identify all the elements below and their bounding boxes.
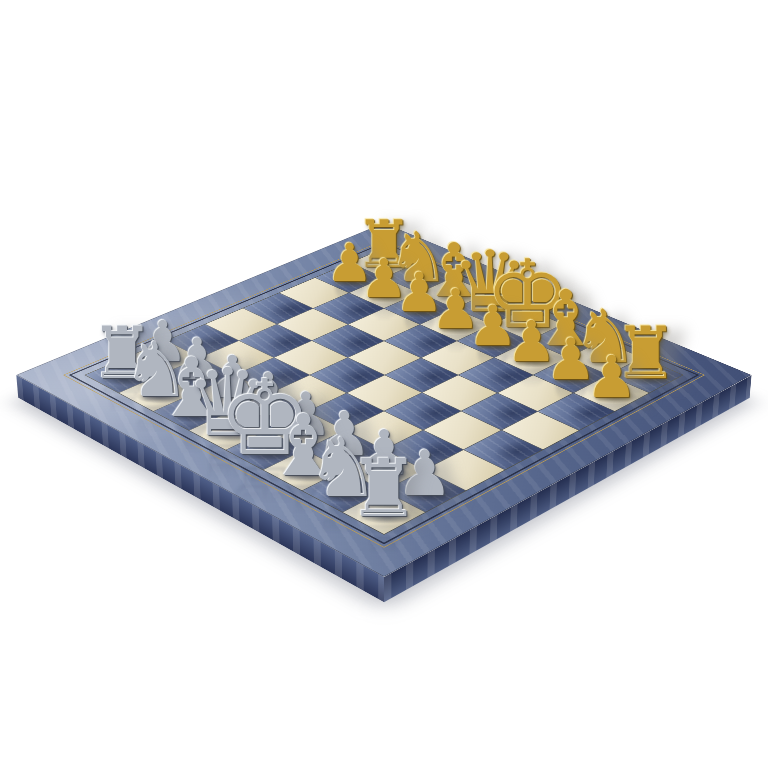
piece-silver-rook[interactable]: ♜: [348, 450, 420, 530]
pieces-layer: ♜♜♞♞♟♟♝♝♟♟♛♛♟♟♚♚♟♟♝♝♟♟♞♞♟♟♟♟♜♜♟♟♟♟♜♜♟♟♟♟…: [0, 0, 768, 768]
product-photo-stage: ♜♜♞♞♟♟♝♝♟♟♛♛♟♟♚♚♟♟♝♝♟♟♞♞♟♟♟♟♜♜♟♟♟♟♜♜♟♟♟♟…: [0, 0, 768, 768]
piece-gold-pawn[interactable]: ♟: [586, 348, 638, 406]
